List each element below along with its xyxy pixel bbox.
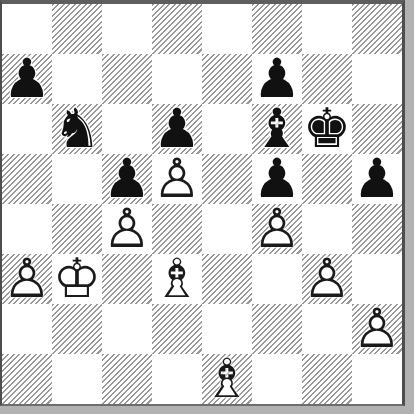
square-h7[interactable] — [352, 54, 402, 104]
square-f4[interactable]: ♟♙ — [252, 204, 302, 254]
white-pawn-g3[interactable]: ♟♙ — [302, 254, 352, 304]
square-g3[interactable]: ♟♙ — [302, 254, 352, 304]
square-d1[interactable] — [152, 354, 202, 404]
white-pawn-glyph: ♙ — [302, 254, 352, 304]
square-f1[interactable] — [252, 354, 302, 404]
white-pawn-glyph: ♙ — [252, 204, 302, 254]
white-bishop-d3[interactable]: ♝♗ — [152, 254, 202, 304]
square-b1[interactable] — [52, 354, 102, 404]
black-pawn-a7[interactable]: ♟ — [2, 54, 52, 104]
square-a3[interactable]: ♟♙ — [2, 254, 52, 304]
square-d5[interactable]: ♟♙ — [152, 154, 202, 204]
white-bishop-e1[interactable]: ♝♗ — [202, 354, 252, 404]
square-e1[interactable]: ♝♗ — [202, 354, 252, 404]
chess-board-frame: ♟♟♞♟♝♚♟♟♙♟♟♟♙♟♙♟♙♚♔♝♗♟♙♟♙♝♗ — [0, 0, 405, 406]
square-d2[interactable] — [152, 304, 202, 354]
square-h5[interactable]: ♟ — [352, 154, 402, 204]
black-pawn-h5[interactable]: ♟ — [352, 154, 402, 204]
chess-board: ♟♟♞♟♝♚♟♟♙♟♟♟♙♟♙♟♙♚♔♝♗♟♙♟♙♝♗ — [2, 4, 402, 404]
square-b6[interactable]: ♞ — [52, 104, 102, 154]
white-pawn-glyph: ♙ — [2, 254, 52, 304]
black-king-glyph: ♚ — [302, 104, 352, 154]
square-e8[interactable] — [202, 4, 252, 54]
square-a5[interactable] — [2, 154, 52, 204]
square-e6[interactable] — [202, 104, 252, 154]
square-g6[interactable]: ♚ — [302, 104, 352, 154]
white-bishop-glyph: ♗ — [152, 254, 202, 304]
white-king-glyph: ♔ — [52, 254, 102, 304]
white-pawn-d5[interactable]: ♟♙ — [152, 154, 202, 204]
square-g5[interactable] — [302, 154, 352, 204]
square-a6[interactable] — [2, 104, 52, 154]
square-a2[interactable] — [2, 304, 52, 354]
white-pawn-glyph: ♙ — [102, 204, 152, 254]
square-h1[interactable] — [352, 354, 402, 404]
square-d3[interactable]: ♝♗ — [152, 254, 202, 304]
white-pawn-f4[interactable]: ♟♙ — [252, 204, 302, 254]
square-c1[interactable] — [102, 354, 152, 404]
black-knight-glyph: ♞ — [52, 104, 102, 154]
square-c3[interactable] — [102, 254, 152, 304]
square-e4[interactable] — [202, 204, 252, 254]
square-b8[interactable] — [52, 4, 102, 54]
white-pawn-h2[interactable]: ♟♙ — [352, 304, 402, 354]
square-b5[interactable] — [52, 154, 102, 204]
white-pawn-c4[interactable]: ♟♙ — [102, 204, 152, 254]
square-c4[interactable]: ♟♙ — [102, 204, 152, 254]
black-knight-b6[interactable]: ♞ — [52, 104, 102, 154]
white-bishop-glyph: ♗ — [202, 354, 252, 404]
square-c2[interactable] — [102, 304, 152, 354]
square-a1[interactable] — [2, 354, 52, 404]
black-pawn-glyph: ♟ — [2, 54, 52, 104]
square-e7[interactable] — [202, 54, 252, 104]
white-pawn-a3[interactable]: ♟♙ — [2, 254, 52, 304]
black-pawn-glyph: ♟ — [352, 154, 402, 204]
square-g2[interactable] — [302, 304, 352, 354]
square-h2[interactable]: ♟♙ — [352, 304, 402, 354]
square-g1[interactable] — [302, 354, 352, 404]
white-king-b3[interactable]: ♚♔ — [52, 254, 102, 304]
square-b2[interactable] — [52, 304, 102, 354]
square-g8[interactable] — [302, 4, 352, 54]
square-h4[interactable] — [352, 204, 402, 254]
square-f2[interactable] — [252, 304, 302, 354]
square-h8[interactable] — [352, 4, 402, 54]
square-a7[interactable]: ♟ — [2, 54, 52, 104]
white-pawn-glyph: ♙ — [152, 154, 202, 204]
square-f3[interactable] — [252, 254, 302, 304]
square-c8[interactable] — [102, 4, 152, 54]
square-b3[interactable]: ♚♔ — [52, 254, 102, 304]
square-c7[interactable] — [102, 54, 152, 104]
square-e3[interactable] — [202, 254, 252, 304]
black-king-g6[interactable]: ♚ — [302, 104, 352, 154]
square-e5[interactable] — [202, 154, 252, 204]
square-d8[interactable] — [152, 4, 202, 54]
white-pawn-glyph: ♙ — [352, 304, 402, 354]
